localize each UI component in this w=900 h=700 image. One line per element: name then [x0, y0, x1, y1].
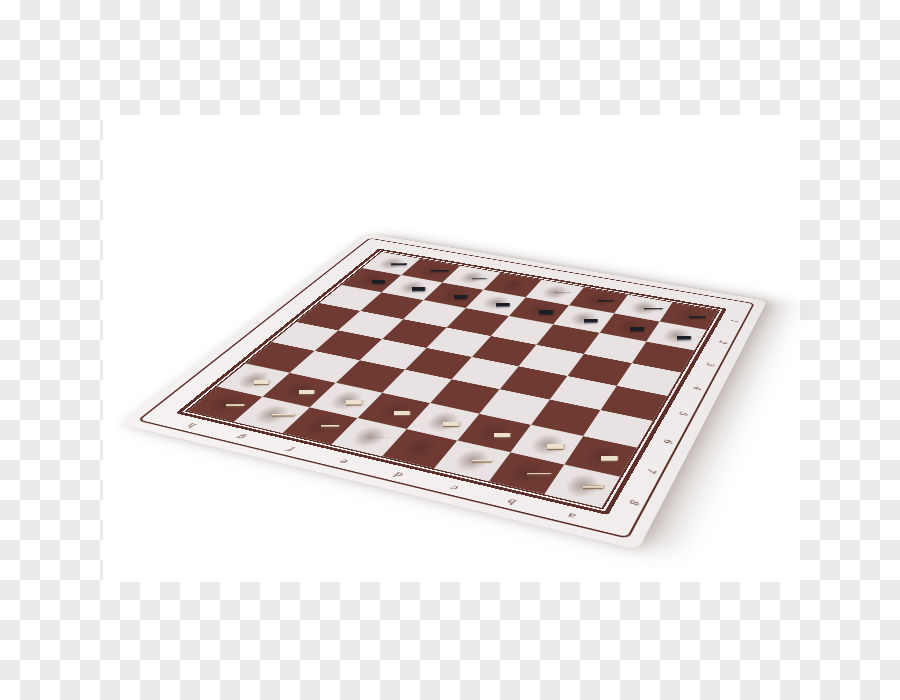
square[interactable]	[296, 303, 360, 330]
chess-mat: hgfedcba 87654321 ♜♟♟♜♞♟♟♞♝♟♟♝♛♟♟♚♚♟♟♛♝♟…	[120, 233, 768, 550]
piece-glyph: ♟	[608, 291, 651, 339]
product-photo: hgfedcba 87654321 ♜♟♟♜♞♟♟♞♝♟♟♝♛♟♟♚♚♟♟♛♝♟…	[103, 115, 800, 582]
transparency-checker-background: hgfedcba 87654321 ♜♟♟♜♞♟♟♞♝♟♟♝♛♟♟♚♚♟♟♛♝♟…	[0, 0, 900, 700]
square[interactable]	[519, 345, 584, 376]
square[interactable]: ♟	[646, 321, 706, 350]
piece-glyph: ♜	[550, 426, 616, 500]
square[interactable]: ♜	[544, 464, 620, 508]
square[interactable]: ♟	[509, 297, 569, 324]
